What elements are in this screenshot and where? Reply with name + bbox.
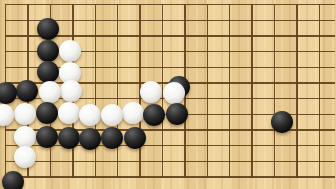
black-stone — [101, 127, 123, 149]
white-stone — [14, 146, 36, 168]
white-stone — [101, 104, 123, 126]
black-stone — [124, 127, 146, 149]
white-stone — [14, 126, 36, 148]
black-stone — [36, 126, 58, 148]
white-stone — [122, 102, 144, 124]
white-stone — [58, 102, 80, 124]
white-stone — [39, 81, 61, 103]
black-stone — [271, 111, 293, 133]
marked-white-stone — [163, 82, 185, 104]
black-stone — [79, 128, 101, 150]
black-stone — [36, 102, 58, 124]
white-stone — [140, 81, 162, 103]
white-stone — [14, 103, 36, 125]
black-stone — [2, 171, 24, 189]
white-stone — [59, 40, 81, 62]
white-stone — [79, 104, 101, 126]
black-stone — [143, 104, 165, 126]
black-stone — [37, 18, 59, 40]
go-board[interactable] — [0, 0, 336, 189]
black-stone — [16, 80, 38, 102]
black-stone — [58, 127, 80, 149]
black-stone — [166, 103, 188, 125]
white-stone — [60, 80, 82, 102]
black-stone — [37, 40, 59, 62]
